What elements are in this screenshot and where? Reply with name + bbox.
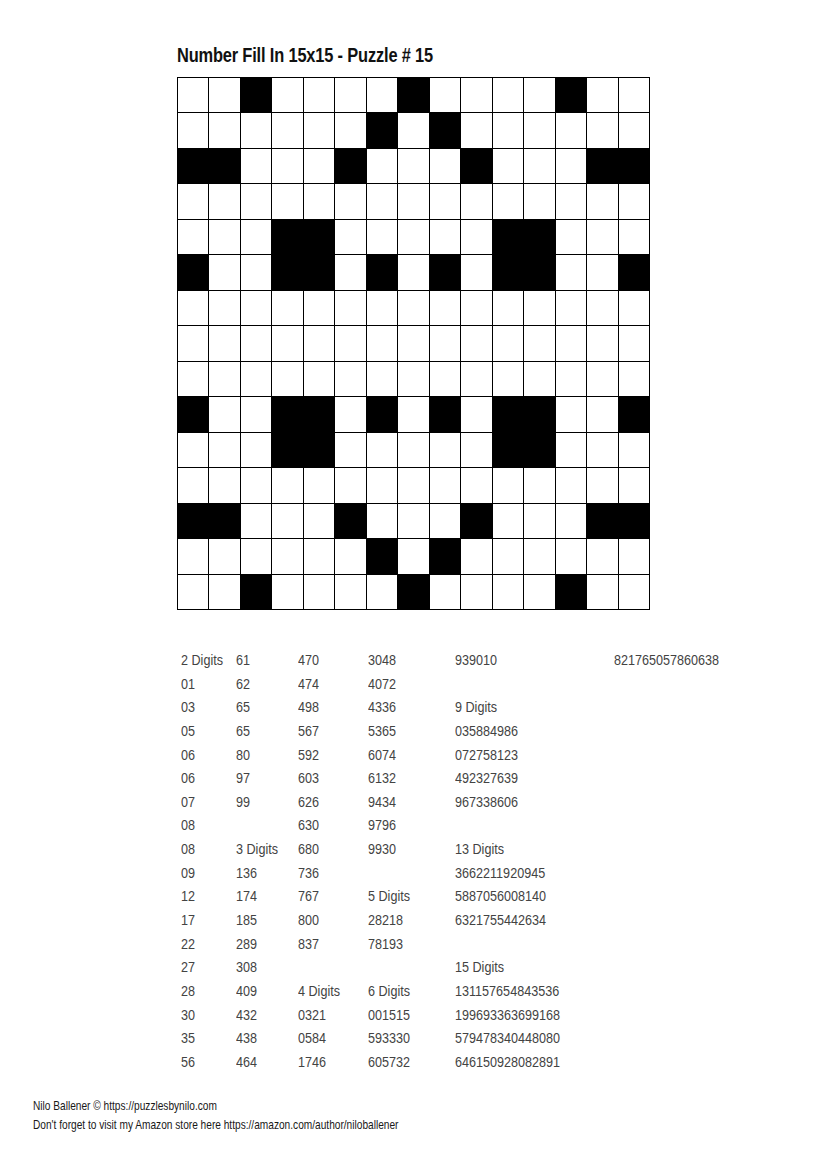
grid-cell-white[interactable] xyxy=(241,433,271,467)
grid-cell-white[interactable] xyxy=(587,255,617,289)
grid-cell-white[interactable] xyxy=(524,468,554,502)
grid-cell-white[interactable] xyxy=(178,113,208,147)
grid-cell-white[interactable] xyxy=(493,149,523,183)
grid-cell-white[interactable] xyxy=(430,184,460,218)
clue-number: 409 xyxy=(236,979,278,1003)
grid-cell-white[interactable] xyxy=(430,362,460,396)
grid-cell-white[interactable] xyxy=(241,255,271,289)
clue-number: 27 xyxy=(181,955,223,979)
clue-number: 432 xyxy=(236,1003,278,1027)
footer-copyright: Nilo Ballener © https://puzzlesbynilo.co… xyxy=(33,1096,398,1115)
grid-cell-white[interactable] xyxy=(587,397,617,431)
grid-cell-white[interactable] xyxy=(556,113,586,147)
clue-number: 630 xyxy=(298,813,340,837)
grid-cell-white[interactable] xyxy=(398,504,428,538)
clue-number: 308 xyxy=(236,955,278,979)
grid-cell-white[interactable] xyxy=(209,113,239,147)
grid-cell-white[interactable] xyxy=(209,291,239,325)
grid-cell-white[interactable] xyxy=(430,575,460,609)
grid-cell-white[interactable] xyxy=(430,433,460,467)
grid-cell-white[interactable] xyxy=(587,468,617,502)
grid-cell-white[interactable] xyxy=(209,433,239,467)
grid-cell-white[interactable] xyxy=(587,113,617,147)
grid-cell-white[interactable] xyxy=(461,362,491,396)
grid-cell-white[interactable] xyxy=(493,539,523,573)
footer-amazon-note: Don't forget to visit my Amazon store he… xyxy=(33,1115,398,1134)
grid-cell-white[interactable] xyxy=(556,433,586,467)
grid-cell-white[interactable] xyxy=(272,539,302,573)
grid-cell-white[interactable] xyxy=(493,184,523,218)
clue-number: 939010 xyxy=(455,648,560,672)
clue-number: 072758123 xyxy=(455,743,560,767)
clue-number: 4336 xyxy=(368,695,410,719)
clue-number: 185 xyxy=(236,908,278,932)
clue-number: 06 xyxy=(181,743,223,767)
clue-number: 97 xyxy=(236,766,278,790)
grid-cell-white[interactable] xyxy=(398,149,428,183)
clue-number: 08 xyxy=(181,837,223,861)
grid-cell-white[interactable] xyxy=(209,255,239,289)
grid-cell-white[interactable] xyxy=(619,326,649,360)
grid-cell-black xyxy=(272,255,302,289)
grid-cell-white[interactable] xyxy=(524,539,554,573)
grid-cell-white[interactable] xyxy=(461,255,491,289)
grid-cell-white[interactable] xyxy=(524,184,554,218)
grid-cell-black xyxy=(178,397,208,431)
grid-cell-white[interactable] xyxy=(241,362,271,396)
clue-number: 01 xyxy=(181,672,223,696)
grid-cell-white[interactable] xyxy=(335,362,365,396)
clue-number: 28218 xyxy=(368,908,410,932)
grid-cell-white[interactable] xyxy=(241,149,271,183)
grid-cell-black xyxy=(430,397,460,431)
grid-cell-white[interactable] xyxy=(178,468,208,502)
grid-cell-white[interactable] xyxy=(587,291,617,325)
puzzle-grid xyxy=(177,77,650,610)
clue-number: 65 xyxy=(236,695,278,719)
grid-cell-white[interactable] xyxy=(430,149,460,183)
clue-number: 6132 xyxy=(368,766,410,790)
grid-cell-white[interactable] xyxy=(272,78,302,112)
clue-number: 492327639 xyxy=(455,766,560,790)
grid-cell-black xyxy=(430,255,460,289)
clue-column-2: 616265658097993 Digits136174185289308409… xyxy=(236,648,278,1074)
grid-cell-white[interactable] xyxy=(493,326,523,360)
grid-cell-white[interactable] xyxy=(430,78,460,112)
grid-cell-white[interactable] xyxy=(335,397,365,431)
grid-cell-white[interactable] xyxy=(304,149,334,183)
grid-cell-white[interactable] xyxy=(587,362,617,396)
grid-cell-white[interactable] xyxy=(430,504,460,538)
clue-number: 821765057860638 xyxy=(614,648,719,672)
clue-number: 61 xyxy=(236,648,278,672)
grid-cell-white[interactable] xyxy=(524,362,554,396)
grid-cell-black xyxy=(209,504,239,538)
grid-cell-white[interactable] xyxy=(335,291,365,325)
clue-number: 438 xyxy=(236,1026,278,1050)
grid-cell-white[interactable] xyxy=(398,326,428,360)
clue-number: 626 xyxy=(298,790,340,814)
grid-cell-white[interactable] xyxy=(461,468,491,502)
grid-cell-white[interactable] xyxy=(209,468,239,502)
grid-cell-black xyxy=(367,539,397,573)
grid-cell-white[interactable] xyxy=(335,326,365,360)
grid-cell-white[interactable] xyxy=(209,78,239,112)
clue-number: 17 xyxy=(181,908,223,932)
clue-column-1: 2 Digits01030506060708080912172227283035… xyxy=(181,648,223,1074)
grid-cell-white[interactable] xyxy=(304,575,334,609)
clue-number: 4072 xyxy=(368,672,410,696)
grid-cell-white[interactable] xyxy=(241,220,271,254)
grid-cell-black xyxy=(493,220,523,254)
clue-group-header: 5 Digits xyxy=(368,884,410,908)
grid-cell-white[interactable] xyxy=(335,113,365,147)
clue-number: 80 xyxy=(236,743,278,767)
grid-cell-white[interactable] xyxy=(209,326,239,360)
clue-number: 800 xyxy=(298,908,340,932)
grid-cell-white[interactable] xyxy=(178,78,208,112)
grid-cell-black xyxy=(524,220,554,254)
clue-column-6: 821765057860638 xyxy=(614,648,719,672)
grid-cell-white[interactable] xyxy=(556,539,586,573)
clue-number: 289 xyxy=(236,932,278,956)
grid-cell-white[interactable] xyxy=(241,184,271,218)
grid-cell-white[interactable] xyxy=(398,113,428,147)
grid-cell-white[interactable] xyxy=(461,433,491,467)
grid-cell-white[interactable] xyxy=(178,575,208,609)
grid-cell-white[interactable] xyxy=(335,78,365,112)
grid-cell-white[interactable] xyxy=(367,575,397,609)
clue-number: 5887056008140 xyxy=(455,884,560,908)
grid-cell-white[interactable] xyxy=(587,220,617,254)
grid-cell-white[interactable] xyxy=(304,326,334,360)
grid-cell-black xyxy=(398,78,428,112)
grid-cell-black xyxy=(524,397,554,431)
clue-number: 680 xyxy=(298,837,340,861)
grid-cell-white[interactable] xyxy=(398,397,428,431)
grid-cell-white[interactable] xyxy=(209,362,239,396)
puzzle-page: Number Fill In 15x15 - Puzzle # 15 2 Dig… xyxy=(0,0,827,1170)
grid-cell-white[interactable] xyxy=(493,291,523,325)
clue-number: 5365 xyxy=(368,719,410,743)
grid-cell-black xyxy=(367,255,397,289)
clue-number: 593330 xyxy=(368,1026,410,1050)
grid-cell-white[interactable] xyxy=(367,78,397,112)
grid-cell-black xyxy=(241,575,271,609)
grid-cell-white[interactable] xyxy=(556,184,586,218)
grid-cell-white[interactable] xyxy=(178,326,208,360)
grid-cell-white[interactable] xyxy=(304,184,334,218)
grid-cell-white[interactable] xyxy=(398,255,428,289)
clue-number: 474 xyxy=(298,672,340,696)
grid-cell-black xyxy=(524,433,554,467)
grid-cell-white[interactable] xyxy=(272,504,302,538)
page-title: Number Fill In 15x15 - Puzzle # 15 xyxy=(177,44,433,67)
grid-cell-white[interactable] xyxy=(587,78,617,112)
grid-cell-white[interactable] xyxy=(241,326,271,360)
clue-spacer xyxy=(455,672,560,696)
clue-number: 99 xyxy=(236,790,278,814)
grid-cell-white[interactable] xyxy=(241,397,271,431)
clue-number: 470 xyxy=(298,648,340,672)
clue-number: 592 xyxy=(298,743,340,767)
grid-cell-white[interactable] xyxy=(556,468,586,502)
grid-cell-white[interactable] xyxy=(556,255,586,289)
clue-number: 22 xyxy=(181,932,223,956)
grid-cell-white[interactable] xyxy=(178,362,208,396)
grid-cell-white[interactable] xyxy=(430,220,460,254)
clue-number: 56 xyxy=(181,1050,223,1074)
grid-cell-black xyxy=(524,255,554,289)
grid-cell-black xyxy=(304,220,334,254)
grid-cell-white[interactable] xyxy=(430,291,460,325)
grid-cell-white[interactable] xyxy=(619,291,649,325)
grid-cell-white[interactable] xyxy=(524,149,554,183)
clue-number: 28 xyxy=(181,979,223,1003)
grid-cell-black xyxy=(335,504,365,538)
grid-cell-white[interactable] xyxy=(619,78,649,112)
grid-cell-white[interactable] xyxy=(619,539,649,573)
clue-spacer xyxy=(236,813,278,837)
grid-cell-white[interactable] xyxy=(587,326,617,360)
clue-number: 12 xyxy=(181,884,223,908)
grid-cell-white[interactable] xyxy=(461,291,491,325)
clue-group-header: 4 Digits xyxy=(298,979,340,1003)
grid-cell-white[interactable] xyxy=(524,291,554,325)
footer: Nilo Ballener © https://puzzlesbynilo.co… xyxy=(33,1096,398,1134)
clue-number: 9796 xyxy=(368,813,410,837)
grid-cell-white[interactable] xyxy=(556,362,586,396)
clue-number: 3048 xyxy=(368,648,410,672)
grid-cell-white[interactable] xyxy=(493,362,523,396)
grid-cell-white[interactable] xyxy=(524,504,554,538)
grid-cell-white[interactable] xyxy=(493,113,523,147)
grid-cell-white[interactable] xyxy=(461,113,491,147)
grid-cell-black xyxy=(493,433,523,467)
grid-cell-white[interactable] xyxy=(398,433,428,467)
grid-cell-white[interactable] xyxy=(556,291,586,325)
grid-cell-black xyxy=(367,397,397,431)
grid-cell-black xyxy=(587,149,617,183)
clue-number: 6321755442634 xyxy=(455,908,560,932)
grid-cell-white[interactable] xyxy=(430,468,460,502)
grid-cell-white[interactable] xyxy=(556,326,586,360)
clue-group-header: 9 Digits xyxy=(455,695,560,719)
grid-cell-white[interactable] xyxy=(556,504,586,538)
grid-cell-white[interactable] xyxy=(367,433,397,467)
grid-cell-white[interactable] xyxy=(461,397,491,431)
grid-cell-black xyxy=(367,113,397,147)
grid-cell-black xyxy=(304,397,334,431)
grid-cell-black xyxy=(619,397,649,431)
grid-cell-white[interactable] xyxy=(587,539,617,573)
grid-cell-white[interactable] xyxy=(398,468,428,502)
grid-cell-white[interactable] xyxy=(524,326,554,360)
grid-cell-white[interactable] xyxy=(209,397,239,431)
clue-group-header: 13 Digits xyxy=(455,837,560,861)
grid-cell-white[interactable] xyxy=(304,113,334,147)
grid-cell-white[interactable] xyxy=(335,255,365,289)
grid-cell-white[interactable] xyxy=(178,220,208,254)
grid-cell-white[interactable] xyxy=(367,220,397,254)
clue-spacer xyxy=(455,932,560,956)
grid-cell-black xyxy=(461,149,491,183)
grid-cell-white[interactable] xyxy=(272,468,302,502)
grid-cell-white[interactable] xyxy=(178,433,208,467)
grid-cell-white[interactable] xyxy=(304,468,334,502)
grid-cell-white[interactable] xyxy=(272,575,302,609)
grid-cell-black xyxy=(461,504,491,538)
clue-spacer xyxy=(298,955,340,979)
grid-cell-white[interactable] xyxy=(335,184,365,218)
grid-cell-white[interactable] xyxy=(619,468,649,502)
grid-cell-white[interactable] xyxy=(556,397,586,431)
clue-number: 605732 xyxy=(368,1050,410,1074)
grid-cell-black xyxy=(493,397,523,431)
clue-column-4: 3048407243365365607461329434979699305 Di… xyxy=(368,648,410,1074)
grid-cell-white[interactable] xyxy=(493,575,523,609)
clue-number: 65 xyxy=(236,719,278,743)
clue-number: 736 xyxy=(298,861,340,885)
grid-cell-white[interactable] xyxy=(461,326,491,360)
grid-cell-white[interactable] xyxy=(367,504,397,538)
grid-cell-white[interactable] xyxy=(587,575,617,609)
clue-number: 62 xyxy=(236,672,278,696)
clue-number: 30 xyxy=(181,1003,223,1027)
grid-cell-black xyxy=(587,504,617,538)
grid-cell-white[interactable] xyxy=(398,184,428,218)
grid-cell-white[interactable] xyxy=(304,362,334,396)
clue-number: 35 xyxy=(181,1026,223,1050)
grid-cell-white[interactable] xyxy=(241,539,271,573)
grid-cell-white[interactable] xyxy=(241,504,271,538)
grid-cell-white[interactable] xyxy=(209,575,239,609)
grid-cell-white[interactable] xyxy=(367,291,397,325)
clue-number: 498 xyxy=(298,695,340,719)
grid-cell-white[interactable] xyxy=(335,575,365,609)
clue-number: 0584 xyxy=(298,1026,340,1050)
grid-cell-white[interactable] xyxy=(461,220,491,254)
grid-cell-white[interactable] xyxy=(209,539,239,573)
grid-cell-white[interactable] xyxy=(272,113,302,147)
grid-cell-white[interactable] xyxy=(367,326,397,360)
clue-number: 07 xyxy=(181,790,223,814)
grid-cell-white[interactable] xyxy=(524,78,554,112)
clue-number: 9434 xyxy=(368,790,410,814)
grid-cell-white[interactable] xyxy=(367,149,397,183)
grid-cell-white[interactable] xyxy=(367,362,397,396)
grid-cell-white[interactable] xyxy=(272,291,302,325)
clue-number: 567 xyxy=(298,719,340,743)
clue-group-header: 2 Digits xyxy=(181,648,223,672)
grid-cell-black xyxy=(272,220,302,254)
grid-cell-black xyxy=(619,149,649,183)
clue-number: 464 xyxy=(236,1050,278,1074)
grid-cell-white[interactable] xyxy=(461,539,491,573)
grid-cell-white[interactable] xyxy=(335,433,365,467)
grid-cell-white[interactable] xyxy=(304,539,334,573)
grid-cell-white[interactable] xyxy=(619,575,649,609)
grid-cell-white[interactable] xyxy=(178,291,208,325)
grid-cell-white[interactable] xyxy=(524,575,554,609)
grid-cell-white[interactable] xyxy=(398,539,428,573)
grid-cell-black xyxy=(335,149,365,183)
grid-cell-white[interactable] xyxy=(587,184,617,218)
grid-cell-white[interactable] xyxy=(461,184,491,218)
grid-cell-white[interactable] xyxy=(241,291,271,325)
grid-cell-white[interactable] xyxy=(430,326,460,360)
grid-cell-black xyxy=(272,433,302,467)
clue-spacer xyxy=(368,955,410,979)
clue-number: 174 xyxy=(236,884,278,908)
grid-cell-white[interactable] xyxy=(272,149,302,183)
clue-number: 09 xyxy=(181,861,223,885)
grid-cell-black xyxy=(556,78,586,112)
grid-cell-white[interactable] xyxy=(619,220,649,254)
grid-cell-white[interactable] xyxy=(209,184,239,218)
grid-cell-white[interactable] xyxy=(619,113,649,147)
clue-number: 0321 xyxy=(298,1003,340,1027)
grid-cell-white[interactable] xyxy=(556,220,586,254)
grid-cell-white[interactable] xyxy=(587,433,617,467)
grid-cell-white[interactable] xyxy=(367,468,397,502)
grid-cell-white[interactable] xyxy=(335,539,365,573)
clue-number: 035884986 xyxy=(455,719,560,743)
grid-cell-white[interactable] xyxy=(493,504,523,538)
grid-cell-black xyxy=(272,397,302,431)
clue-number: 579478340448080 xyxy=(455,1026,560,1050)
grid-cell-white[interactable] xyxy=(178,184,208,218)
grid-cell-white[interactable] xyxy=(524,113,554,147)
grid-cell-white[interactable] xyxy=(398,362,428,396)
grid-cell-white[interactable] xyxy=(241,113,271,147)
grid-cell-white[interactable] xyxy=(209,220,239,254)
grid-cell-white[interactable] xyxy=(619,184,649,218)
grid-cell-white[interactable] xyxy=(241,468,271,502)
grid-cell-white[interactable] xyxy=(461,575,491,609)
clue-number: 78193 xyxy=(368,932,410,956)
grid-cell-white[interactable] xyxy=(556,149,586,183)
grid-cell-white[interactable] xyxy=(272,326,302,360)
clue-number: 767 xyxy=(298,884,340,908)
clue-number: 837 xyxy=(298,932,340,956)
grid-cell-white[interactable] xyxy=(493,468,523,502)
grid-cell-white[interactable] xyxy=(335,220,365,254)
grid-cell-white[interactable] xyxy=(304,78,334,112)
clue-spacer xyxy=(368,861,410,885)
grid-cell-white[interactable] xyxy=(335,468,365,502)
grid-cell-white[interactable] xyxy=(304,291,334,325)
grid-cell-white[interactable] xyxy=(272,184,302,218)
grid-cell-white[interactable] xyxy=(178,539,208,573)
grid-cell-white[interactable] xyxy=(398,220,428,254)
grid-cell-white[interactable] xyxy=(398,291,428,325)
grid-cell-white[interactable] xyxy=(304,504,334,538)
grid-cell-black xyxy=(619,504,649,538)
grid-cell-white[interactable] xyxy=(619,433,649,467)
grid-cell-white[interactable] xyxy=(272,362,302,396)
grid-cell-white[interactable] xyxy=(619,362,649,396)
clue-number: 131157654843536 xyxy=(455,979,560,1003)
clue-number: 967338606 xyxy=(455,790,560,814)
grid-cell-white[interactable] xyxy=(493,78,523,112)
grid-cell-white[interactable] xyxy=(367,184,397,218)
grid-cell-white[interactable] xyxy=(461,78,491,112)
clue-column-3: 4704744985675926036266306807367678008374… xyxy=(298,648,340,1074)
clue-number: 001515 xyxy=(368,1003,410,1027)
clue-number: 6074 xyxy=(368,743,410,767)
clue-spacer xyxy=(455,813,560,837)
